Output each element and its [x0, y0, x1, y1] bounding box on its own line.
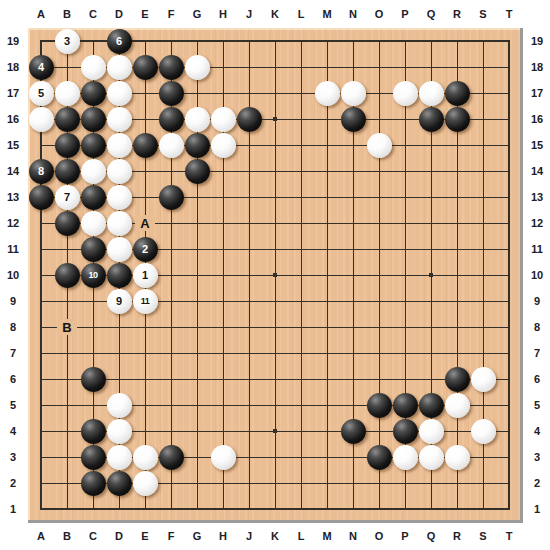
coord-left-6: 6 [1, 366, 25, 392]
move-number: 1 [133, 263, 158, 288]
stone-black-G14 [185, 159, 210, 184]
stone-black-E18 [133, 55, 158, 80]
stone-black-B16 [55, 107, 80, 132]
coord-left-2: 2 [1, 470, 25, 496]
coord-bottom-A: A [28, 528, 54, 544]
stone-black-G15 [185, 133, 210, 158]
stone-white-H3 [211, 445, 236, 470]
stone-white-G16 [185, 107, 210, 132]
move-number: 2 [133, 237, 158, 262]
coord-right-4: 4 [525, 418, 549, 444]
coord-top-J: J [236, 6, 262, 22]
coord-left-4: 4 [1, 418, 25, 444]
stone-black-B14 [55, 159, 80, 184]
board-letter-B: B [57, 319, 77, 335]
stone-white-E3 [133, 445, 158, 470]
stone-white-C18 [81, 55, 106, 80]
stone-black-C6 [81, 367, 106, 392]
coord-top-O: O [366, 6, 392, 22]
coord-bottom-R: R [444, 528, 470, 544]
stone-white-G18 [185, 55, 210, 80]
coord-left-19: 19 [1, 28, 25, 54]
coord-left-1: 1 [1, 496, 25, 522]
coord-bottom-L: L [288, 528, 314, 544]
stone-white-D5 [107, 393, 132, 418]
coord-top-Q: Q [418, 6, 444, 22]
move-number: 4 [29, 55, 54, 80]
coord-top-G: G [184, 6, 210, 22]
stone-white-D13 [107, 185, 132, 210]
stone-black-C13 [81, 185, 106, 210]
coord-bottom-F: F [158, 528, 184, 544]
stone-white-M17 [315, 81, 340, 106]
stone-black-A14: 8 [29, 159, 54, 184]
stone-black-Q16 [419, 107, 444, 132]
stone-white-B19: 3 [55, 29, 80, 54]
stone-black-C16 [81, 107, 106, 132]
stone-black-O3 [367, 445, 392, 470]
coord-left-12: 12 [1, 210, 25, 236]
stone-black-F18 [159, 55, 184, 80]
stone-black-B12 [55, 211, 80, 236]
move-number: 5 [29, 81, 54, 106]
coord-left-3: 3 [1, 444, 25, 470]
coord-bottom-Q: Q [418, 528, 444, 544]
move-number: 9 [107, 289, 132, 314]
move-number: 11 [133, 289, 158, 314]
coord-right-11: 11 [525, 236, 549, 262]
stone-white-D11 [107, 237, 132, 262]
coord-top-H: H [210, 6, 236, 22]
coord-right-6: 6 [525, 366, 549, 392]
stone-black-F3 [159, 445, 184, 470]
coord-left-10: 10 [1, 262, 25, 288]
stone-black-R16 [445, 107, 470, 132]
stone-black-A18: 4 [29, 55, 54, 80]
stone-white-D15 [107, 133, 132, 158]
stone-white-C12 [81, 211, 106, 236]
stone-black-O5 [367, 393, 392, 418]
stone-black-J16 [237, 107, 262, 132]
coord-bottom-K: K [262, 528, 288, 544]
coord-top-L: L [288, 6, 314, 22]
stone-white-B17 [55, 81, 80, 106]
stone-white-R3 [445, 445, 470, 470]
stone-white-B13: 7 [55, 185, 80, 210]
coord-bottom-G: G [184, 528, 210, 544]
coord-left-11: 11 [1, 236, 25, 262]
stone-black-B15 [55, 133, 80, 158]
stone-black-F13 [159, 185, 184, 210]
stone-white-D16 [107, 107, 132, 132]
stone-white-D4 [107, 419, 132, 444]
coord-right-14: 14 [525, 158, 549, 184]
stone-black-C10: 10 [81, 263, 106, 288]
coord-right-12: 12 [525, 210, 549, 236]
stone-black-D19: 6 [107, 29, 132, 54]
coord-right-13: 13 [525, 184, 549, 210]
stone-black-C3 [81, 445, 106, 470]
coord-left-7: 7 [1, 340, 25, 366]
go-diagram: 3645872101911AB AA1919BB1818CC1717DD1616… [0, 0, 550, 550]
move-number: 10 [81, 263, 106, 288]
stone-black-R17 [445, 81, 470, 106]
stone-white-N17 [341, 81, 366, 106]
coord-bottom-P: P [392, 528, 418, 544]
stone-black-C17 [81, 81, 106, 106]
coord-bottom-D: D [106, 528, 132, 544]
stone-white-C14 [81, 159, 106, 184]
stone-black-B10 [55, 263, 80, 288]
stone-white-A17: 5 [29, 81, 54, 106]
stone-white-D9: 9 [107, 289, 132, 314]
stone-white-Q3 [419, 445, 444, 470]
coord-top-T: T [496, 6, 522, 22]
coord-right-7: 7 [525, 340, 549, 366]
stone-white-D12 [107, 211, 132, 236]
stone-black-N16 [341, 107, 366, 132]
coord-top-B: B [54, 6, 80, 22]
stone-black-C4 [81, 419, 106, 444]
coord-top-A: A [28, 6, 54, 22]
stone-white-E10: 1 [133, 263, 158, 288]
board-letter-A: A [135, 215, 155, 231]
stone-white-P3 [393, 445, 418, 470]
stone-black-C15 [81, 133, 106, 158]
stone-white-D14 [107, 159, 132, 184]
stone-white-D3 [107, 445, 132, 470]
coord-right-17: 17 [525, 80, 549, 106]
coord-right-9: 9 [525, 288, 549, 314]
coord-top-D: D [106, 6, 132, 22]
coord-right-18: 18 [525, 54, 549, 80]
coord-left-17: 17 [1, 80, 25, 106]
stone-black-C2 [81, 471, 106, 496]
coord-left-9: 9 [1, 288, 25, 314]
coord-left-15: 15 [1, 132, 25, 158]
stone-white-E2 [133, 471, 158, 496]
coord-top-R: R [444, 6, 470, 22]
coord-bottom-O: O [366, 528, 392, 544]
stone-black-D10 [107, 263, 132, 288]
coord-top-S: S [470, 6, 496, 22]
coord-right-5: 5 [525, 392, 549, 418]
coord-bottom-J: J [236, 528, 262, 544]
stone-black-F17 [159, 81, 184, 106]
stone-white-D18 [107, 55, 132, 80]
coord-right-1: 1 [525, 496, 549, 522]
coord-top-C: C [80, 6, 106, 22]
coord-bottom-H: H [210, 528, 236, 544]
coord-right-3: 3 [525, 444, 549, 470]
coord-bottom-N: N [340, 528, 366, 544]
coord-bottom-S: S [470, 528, 496, 544]
stone-black-E15 [133, 133, 158, 158]
stone-white-F15 [159, 133, 184, 158]
coord-left-13: 13 [1, 184, 25, 210]
stone-black-D2 [107, 471, 132, 496]
coord-top-N: N [340, 6, 366, 22]
coord-right-2: 2 [525, 470, 549, 496]
coord-left-8: 8 [1, 314, 25, 340]
coord-top-K: K [262, 6, 288, 22]
coord-top-F: F [158, 6, 184, 22]
stone-white-Q4 [419, 419, 444, 444]
stone-white-H15 [211, 133, 236, 158]
move-number: 3 [55, 29, 80, 54]
stone-black-P4 [393, 419, 418, 444]
stone-white-S6 [471, 367, 496, 392]
coord-top-P: P [392, 6, 418, 22]
coord-right-10: 10 [525, 262, 549, 288]
stone-black-Q5 [419, 393, 444, 418]
coord-bottom-T: T [496, 528, 522, 544]
stone-white-R5 [445, 393, 470, 418]
coord-right-8: 8 [525, 314, 549, 340]
stone-white-O15 [367, 133, 392, 158]
coord-left-16: 16 [1, 106, 25, 132]
coord-right-15: 15 [525, 132, 549, 158]
stone-black-C11 [81, 237, 106, 262]
coord-left-14: 14 [1, 158, 25, 184]
stone-white-Q17 [419, 81, 444, 106]
move-number: 8 [29, 159, 54, 184]
coord-top-E: E [132, 6, 158, 22]
stone-white-P17 [393, 81, 418, 106]
move-number: 7 [55, 185, 80, 210]
coord-top-M: M [314, 6, 340, 22]
coord-left-5: 5 [1, 392, 25, 418]
stone-black-R6 [445, 367, 470, 392]
stone-white-D17 [107, 81, 132, 106]
stone-black-F16 [159, 107, 184, 132]
move-number: 6 [107, 29, 132, 54]
stone-white-H16 [211, 107, 236, 132]
stone-black-N4 [341, 419, 366, 444]
coord-right-19: 19 [525, 28, 549, 54]
stone-black-E11: 2 [133, 237, 158, 262]
coord-bottom-M: M [314, 528, 340, 544]
coord-bottom-B: B [54, 528, 80, 544]
stone-black-A13 [29, 185, 54, 210]
coord-left-18: 18 [1, 54, 25, 80]
coord-bottom-E: E [132, 528, 158, 544]
stone-white-S4 [471, 419, 496, 444]
stone-white-E9: 11 [133, 289, 158, 314]
stone-black-P5 [393, 393, 418, 418]
stone-white-A16 [29, 107, 54, 132]
coord-bottom-C: C [80, 528, 106, 544]
coord-right-16: 16 [525, 106, 549, 132]
